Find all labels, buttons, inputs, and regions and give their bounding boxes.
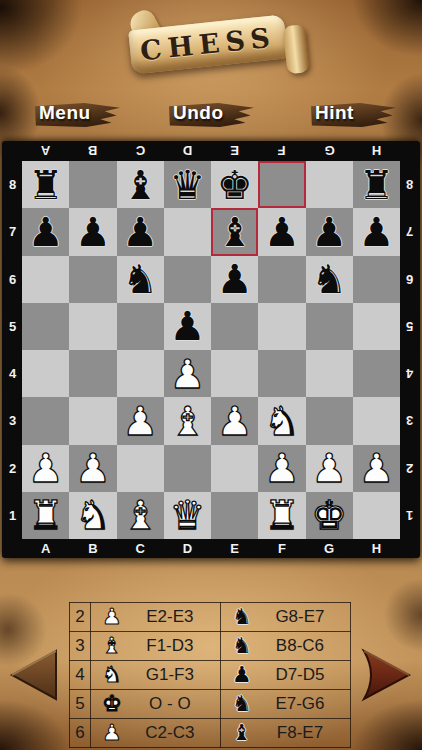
move-row-5: 5♚O - O♞E7-G6: [70, 690, 351, 719]
square-a8[interactable]: ♜: [22, 161, 69, 208]
chess-board: ABCDEFGH 87654321 ♜♝♛♚♜♟♟♟♝♟♟♟♞♟♞♟♟♟♝♟♞♟…: [2, 141, 420, 558]
square-c6[interactable]: ♞: [117, 256, 164, 303]
black-pawn: ♟: [169, 306, 205, 346]
black-move-text: G8-E7: [254, 607, 346, 627]
right-arrow-icon: [361, 648, 411, 702]
file-labels-bottom: ABCDEFGH: [22, 539, 400, 557]
file-label-e: E: [211, 142, 258, 160]
square-b4[interactable]: [69, 350, 116, 397]
square-c2[interactable]: [117, 445, 164, 492]
square-e1[interactable]: [211, 492, 258, 539]
next-moves-button[interactable]: [361, 648, 411, 702]
rank-label-1: 1: [3, 492, 22, 539]
menu-button-label: Menu: [39, 102, 91, 124]
white-move-text: F1-D3: [124, 636, 216, 656]
black-pawn: ♟: [311, 212, 347, 252]
white-pawn: ♟: [75, 448, 111, 488]
black-pawn: ♟: [217, 259, 253, 299]
square-d5[interactable]: ♟: [164, 303, 211, 350]
rank-label-5: 5: [400, 303, 419, 350]
square-a6[interactable]: [22, 256, 69, 303]
file-label-a: A: [22, 142, 69, 160]
file-label-g: G: [306, 142, 353, 160]
square-b1[interactable]: ♞: [69, 492, 116, 539]
white-pawn: ♟: [264, 448, 300, 488]
square-g5[interactable]: [306, 303, 353, 350]
square-h7[interactable]: ♟: [353, 208, 400, 255]
square-b2[interactable]: ♟: [69, 445, 116, 492]
square-d2[interactable]: [164, 445, 211, 492]
black-pawn: ♟: [264, 212, 300, 252]
black-knight-icon: ♞: [230, 606, 254, 628]
square-d4[interactable]: ♟: [164, 350, 211, 397]
white-move-cell: ♞G1-F3: [90, 661, 220, 690]
black-pawn-icon: ♟: [230, 664, 254, 686]
black-pawn: ♟: [28, 212, 64, 252]
rank-labels-right: 87654321: [400, 161, 419, 539]
square-g7[interactable]: ♟: [306, 208, 353, 255]
square-c1[interactable]: ♝: [117, 492, 164, 539]
move-row-4: 4♞G1-F3♟D7-D5: [70, 661, 351, 690]
square-f3[interactable]: ♞: [258, 397, 305, 444]
square-c4[interactable]: [117, 350, 164, 397]
rank-label-5: 5: [3, 303, 22, 350]
black-knight: ♞: [311, 259, 347, 299]
file-label-c: C: [117, 539, 164, 557]
square-f1[interactable]: ♜: [258, 492, 305, 539]
square-g6[interactable]: ♞: [306, 256, 353, 303]
square-d7[interactable]: [164, 208, 211, 255]
white-move-text: E2-E3: [124, 607, 216, 627]
square-h2[interactable]: ♟: [353, 445, 400, 492]
file-label-g: G: [306, 539, 353, 557]
move-number: 6: [70, 719, 91, 748]
square-h4[interactable]: [353, 350, 400, 397]
square-g1[interactable]: ♚: [306, 492, 353, 539]
square-b7[interactable]: ♟: [69, 208, 116, 255]
square-g2[interactable]: ♟: [306, 445, 353, 492]
square-b6[interactable]: [69, 256, 116, 303]
rank-label-8: 8: [400, 161, 419, 208]
move-number: 2: [70, 603, 91, 632]
square-d1[interactable]: ♛: [164, 492, 211, 539]
white-move-text: O - O: [124, 694, 216, 714]
white-bishop: ♝: [122, 495, 158, 535]
square-b5[interactable]: [69, 303, 116, 350]
square-h1[interactable]: [353, 492, 400, 539]
white-pawn-icon: ♟: [100, 722, 124, 744]
square-a4[interactable]: [22, 350, 69, 397]
white-pawn: ♟: [169, 354, 205, 394]
rank-label-6: 6: [400, 256, 419, 303]
square-g4[interactable]: [306, 350, 353, 397]
black-king: ♚: [217, 165, 253, 205]
hint-button-label: Hint: [315, 102, 354, 124]
move-row-6: 6♟C2-C3♝F8-E7: [70, 719, 351, 748]
black-move-cell: ♞G8-E7: [220, 603, 350, 632]
white-king-icon: ♚: [100, 693, 124, 715]
black-queen: ♛: [169, 165, 205, 205]
file-labels-top: ABCDEFGH: [22, 142, 400, 160]
menu-button[interactable]: Menu: [35, 102, 120, 128]
square-e5[interactable]: [211, 303, 258, 350]
white-move-text: G1-F3: [124, 665, 216, 685]
left-arrow-icon: [9, 648, 59, 702]
black-knight-icon: ♞: [230, 693, 254, 715]
move-number: 5: [70, 690, 91, 719]
square-a5[interactable]: [22, 303, 69, 350]
white-pawn: ♟: [122, 401, 158, 441]
white-knight: ♞: [75, 495, 111, 535]
square-a1[interactable]: ♜: [22, 492, 69, 539]
file-label-d: D: [164, 142, 211, 160]
square-b8[interactable]: [69, 161, 116, 208]
square-f5[interactable]: [258, 303, 305, 350]
square-b3[interactable]: [69, 397, 116, 444]
square-f6[interactable]: [258, 256, 305, 303]
black-move-text: D7-D5: [254, 665, 346, 685]
rank-label-4: 4: [3, 350, 22, 397]
square-f7[interactable]: ♟: [258, 208, 305, 255]
rank-label-7: 7: [400, 208, 419, 255]
square-a3[interactable]: [22, 397, 69, 444]
white-knight-icon: ♞: [100, 664, 124, 686]
rank-label-8: 8: [3, 161, 22, 208]
black-rook: ♜: [358, 165, 394, 205]
white-queen: ♛: [169, 495, 205, 535]
square-e2[interactable]: [211, 445, 258, 492]
rank-label-4: 4: [400, 350, 419, 397]
white-pawn: ♟: [358, 448, 394, 488]
move-row-2: 2♟E2-E3♞G8-E7: [70, 603, 351, 632]
white-bishop: ♝: [169, 401, 205, 441]
file-label-f: F: [258, 539, 305, 557]
rank-label-1: 1: [400, 492, 419, 539]
white-pawn: ♟: [217, 401, 253, 441]
square-d3[interactable]: ♝: [164, 397, 211, 444]
white-move-cell: ♟E2-E3: [90, 603, 220, 632]
rank-label-3: 3: [3, 397, 22, 444]
square-h6[interactable]: [353, 256, 400, 303]
previous-moves-button[interactable]: [9, 648, 59, 702]
white-king: ♚: [311, 495, 347, 535]
rank-label-6: 6: [3, 256, 22, 303]
file-label-f: F: [258, 142, 305, 160]
white-move-text: C2-C3: [124, 723, 216, 743]
square-h5[interactable]: [353, 303, 400, 350]
square-g3[interactable]: [306, 397, 353, 444]
square-f2[interactable]: ♟: [258, 445, 305, 492]
black-move-cell: ♟D7-D5: [220, 661, 350, 690]
rank-label-2: 2: [3, 445, 22, 492]
square-f8[interactable]: [258, 161, 305, 208]
black-pawn: ♟: [75, 212, 111, 252]
square-d6[interactable]: [164, 256, 211, 303]
file-label-h: H: [353, 142, 400, 160]
square-h3[interactable]: [353, 397, 400, 444]
black-bishop: ♝: [122, 165, 158, 205]
chess-title-banner: CHESS: [112, 0, 311, 94]
square-c5[interactable]: [117, 303, 164, 350]
white-pawn-icon: ♟: [100, 606, 124, 628]
rank-labels-left: 87654321: [3, 161, 22, 539]
black-pawn: ♟: [122, 212, 158, 252]
black-knight: ♞: [122, 259, 158, 299]
white-rook: ♜: [264, 495, 300, 535]
board-squares: ♜♝♛♚♜♟♟♟♝♟♟♟♞♟♞♟♟♟♝♟♞♟♟♟♟♟♜♞♝♛♜♚: [22, 161, 400, 539]
square-e6[interactable]: ♟: [211, 256, 258, 303]
square-g8[interactable]: [306, 161, 353, 208]
white-pawn: ♟: [311, 448, 347, 488]
move-list: 2♟E2-E3♞G8-E73♝F1-D3♞B8-C64♞G1-F3♟D7-D55…: [69, 602, 351, 748]
move-number: 3: [70, 632, 91, 661]
square-e7[interactable]: ♝: [211, 208, 258, 255]
chess-app-screen: CHESS Menu Undo Hint ABCDEFGH 87654321 ♜…: [0, 0, 422, 750]
square-e3[interactable]: ♟: [211, 397, 258, 444]
rank-label-2: 2: [400, 445, 419, 492]
black-move-cell: ♞B8-C6: [220, 632, 350, 661]
square-a2[interactable]: ♟: [22, 445, 69, 492]
square-a7[interactable]: ♟: [22, 208, 69, 255]
white-knight: ♞: [264, 401, 300, 441]
white-move-cell: ♟C2-C3: [90, 719, 220, 748]
undo-button-label: Undo: [173, 102, 224, 124]
black-rook: ♜: [28, 165, 64, 205]
undo-button[interactable]: Undo: [169, 102, 254, 128]
file-label-d: D: [164, 539, 211, 557]
white-move-cell: ♚O - O: [90, 690, 220, 719]
move-row-3: 3♝F1-D3♞B8-C6: [70, 632, 351, 661]
white-bishop-icon: ♝: [100, 635, 124, 657]
black-bishop-icon: ♝: [230, 722, 254, 744]
white-move-cell: ♝F1-D3: [90, 632, 220, 661]
rank-label-7: 7: [3, 208, 22, 255]
file-label-b: B: [69, 539, 116, 557]
black-knight-icon: ♞: [230, 635, 254, 657]
black-move-text: E7-G6: [254, 694, 346, 714]
white-rook: ♜: [28, 495, 64, 535]
file-label-e: E: [211, 539, 258, 557]
square-d8[interactable]: ♛: [164, 161, 211, 208]
square-e8[interactable]: ♚: [211, 161, 258, 208]
square-h8[interactable]: ♜: [353, 161, 400, 208]
black-move-cell: ♝F8-E7: [220, 719, 350, 748]
rank-label-3: 3: [400, 397, 419, 444]
white-pawn: ♟: [28, 448, 64, 488]
black-move-text: B8-C6: [254, 636, 346, 656]
black-pawn: ♟: [358, 212, 394, 252]
file-label-c: C: [117, 142, 164, 160]
black-move-text: F8-E7: [254, 723, 346, 743]
move-number: 4: [70, 661, 91, 690]
black-move-cell: ♞E7-G6: [220, 690, 350, 719]
file-label-h: H: [353, 539, 400, 557]
square-e4[interactable]: [211, 350, 258, 397]
black-bishop: ♝: [217, 212, 253, 252]
file-label-b: B: [69, 142, 116, 160]
square-c7[interactable]: ♟: [117, 208, 164, 255]
square-f4[interactable]: [258, 350, 305, 397]
square-c8[interactable]: ♝: [117, 161, 164, 208]
file-label-a: A: [22, 539, 69, 557]
square-c3[interactable]: ♟: [117, 397, 164, 444]
hint-button[interactable]: Hint: [311, 102, 396, 128]
